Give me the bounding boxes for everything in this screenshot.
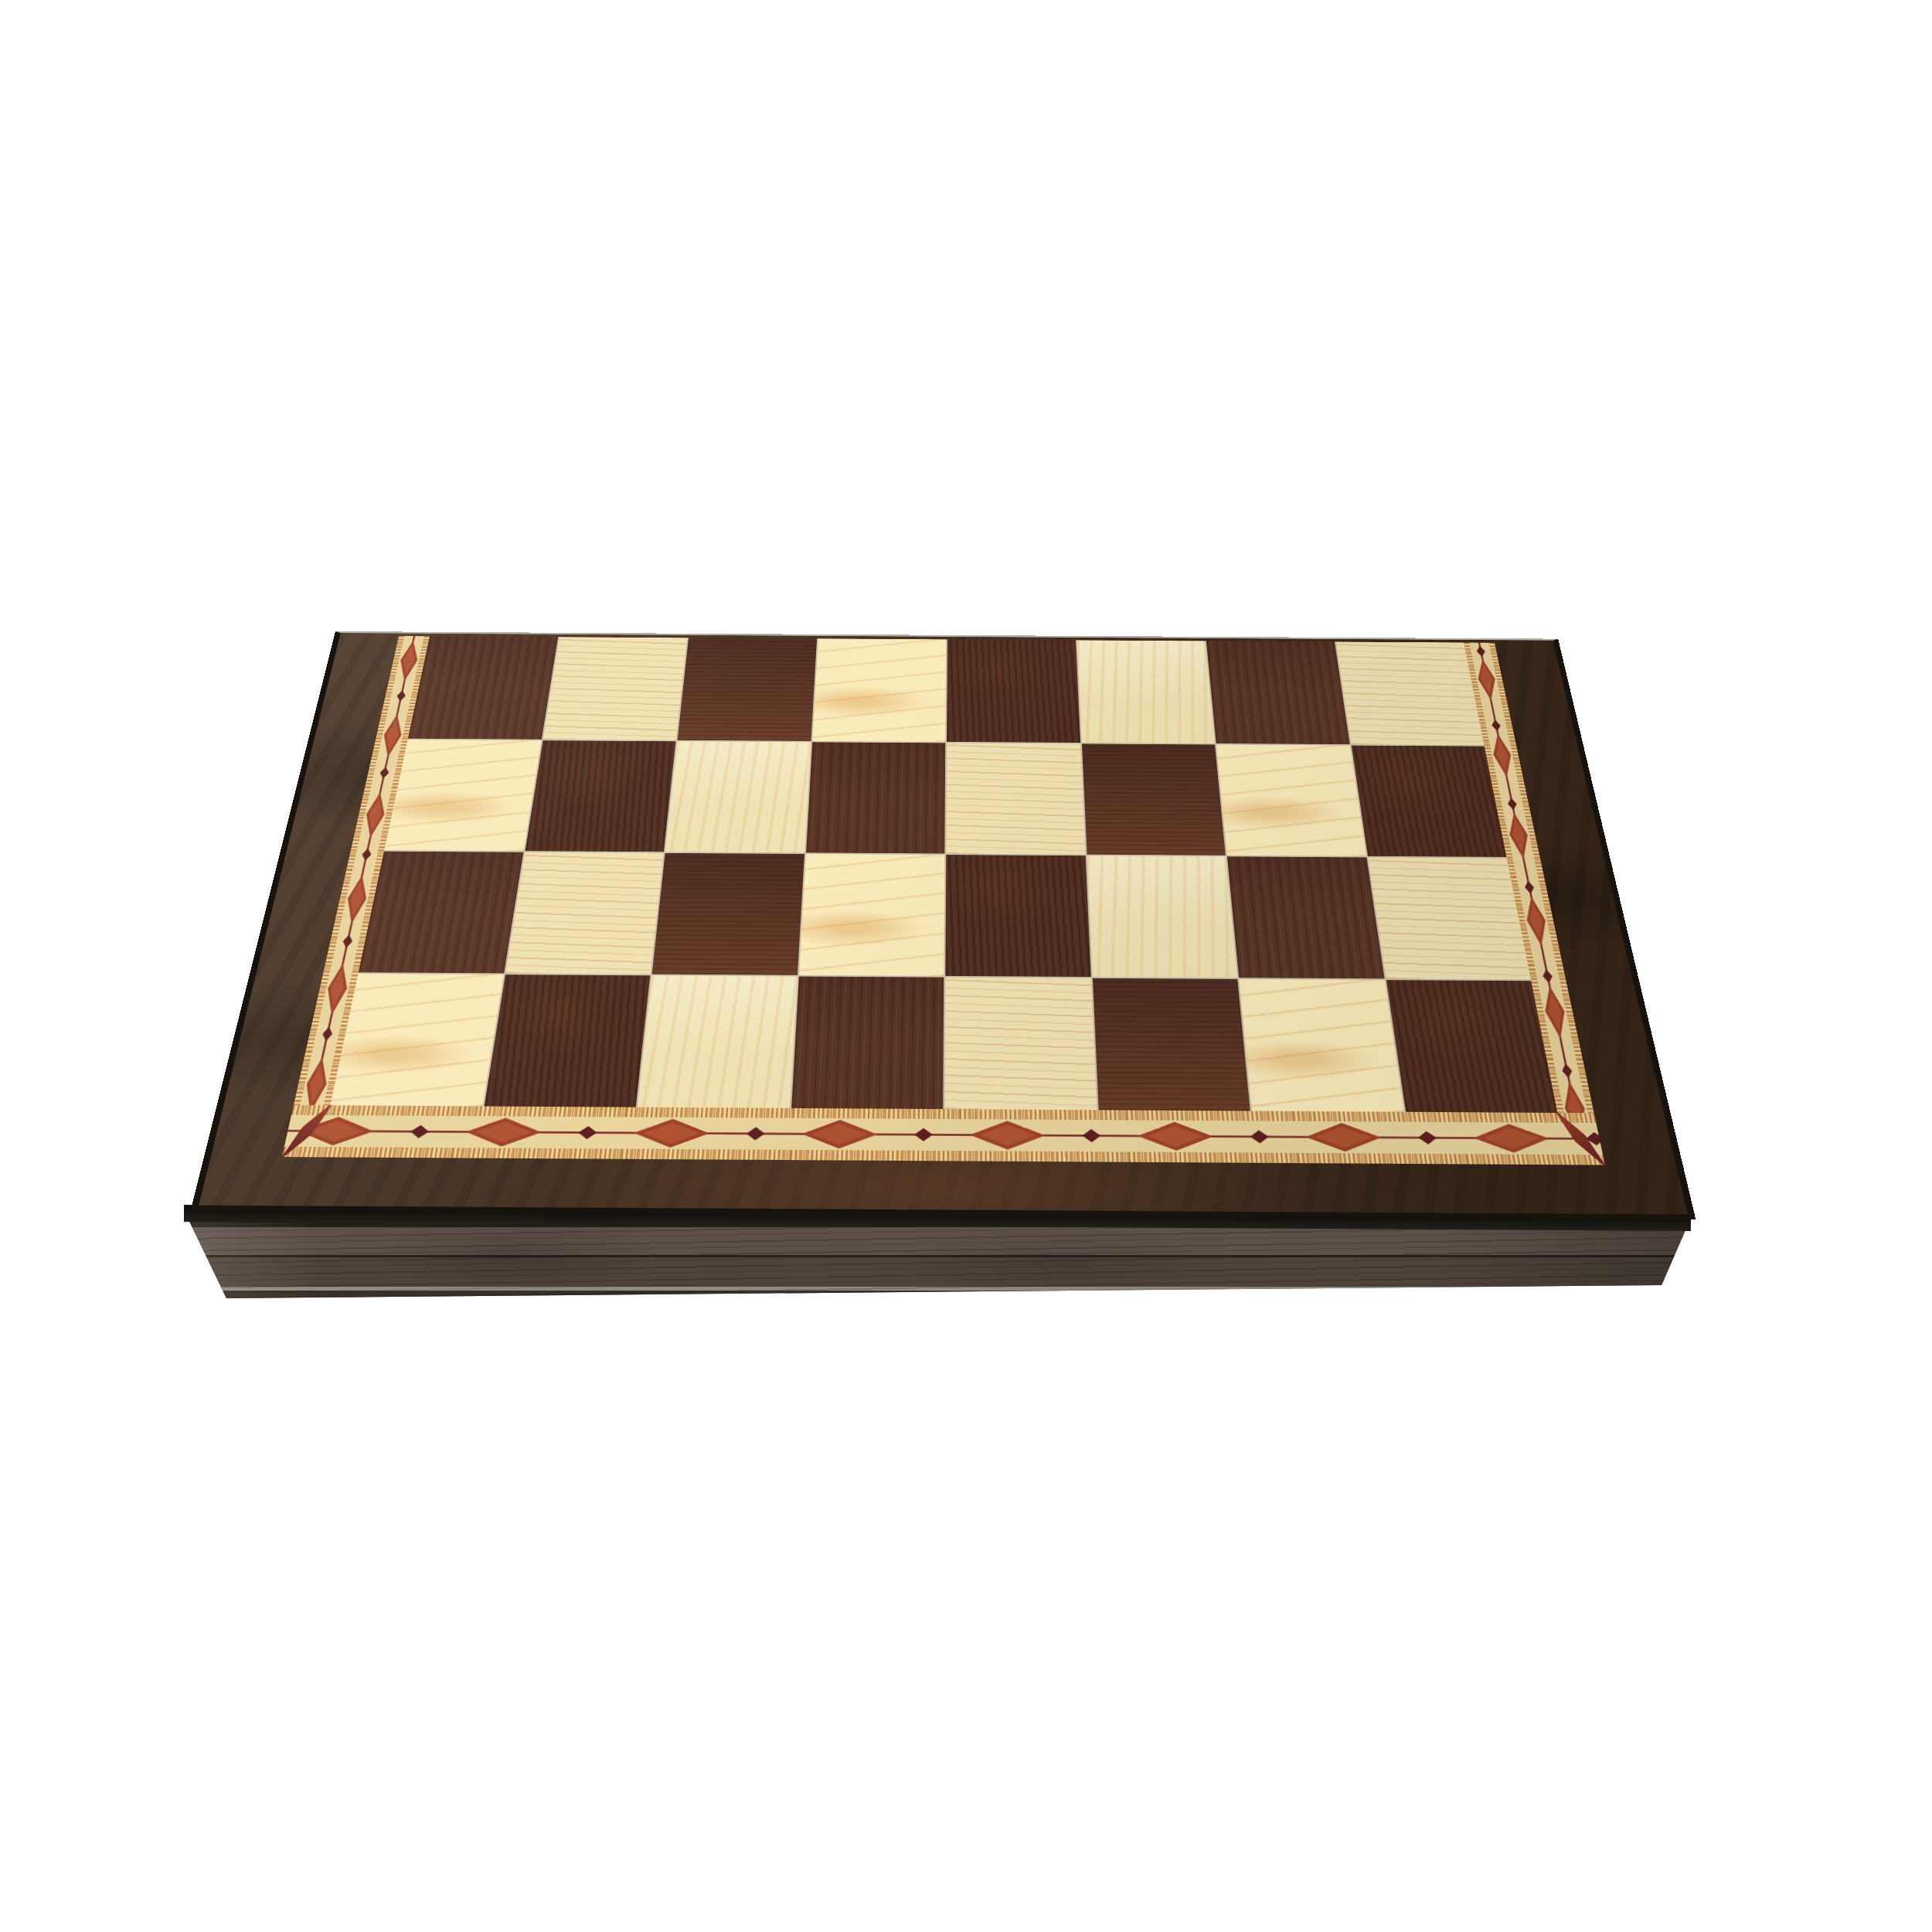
square-dark <box>1386 980 1557 1113</box>
square-dark <box>1082 743 1226 855</box>
square-light <box>944 977 1097 1110</box>
square-light <box>812 638 946 741</box>
square-dark <box>791 976 944 1109</box>
inlay-band-bottom <box>282 1105 1605 1165</box>
square-dark <box>525 740 675 852</box>
square-dark <box>484 975 650 1107</box>
product-photo <box>0 0 1932 1932</box>
chessboard-top <box>191 631 1696 1219</box>
square-light <box>1077 640 1214 743</box>
square-light <box>638 975 797 1108</box>
square-light <box>1335 641 1484 744</box>
square-light <box>1368 857 1531 979</box>
square-dark <box>652 853 804 975</box>
square-light <box>946 743 1085 855</box>
square-light <box>1239 979 1403 1112</box>
square-dark <box>947 639 1080 742</box>
square-light <box>1087 855 1237 977</box>
square-dark <box>408 636 558 739</box>
square-dark <box>1351 745 1506 857</box>
square-light <box>384 740 541 851</box>
square-dark <box>1206 641 1349 743</box>
square-dark <box>806 742 946 853</box>
square-light <box>330 974 503 1107</box>
square-dark <box>678 638 817 740</box>
square-light <box>505 852 664 974</box>
square-dark <box>1227 856 1384 978</box>
square-light <box>1216 744 1366 856</box>
checkerboard <box>330 636 1557 1113</box>
square-light <box>665 741 811 852</box>
square-light <box>799 854 945 975</box>
square-dark <box>359 852 523 973</box>
square-light <box>543 637 687 740</box>
square-dark <box>945 855 1090 976</box>
square-dark <box>1092 978 1250 1111</box>
